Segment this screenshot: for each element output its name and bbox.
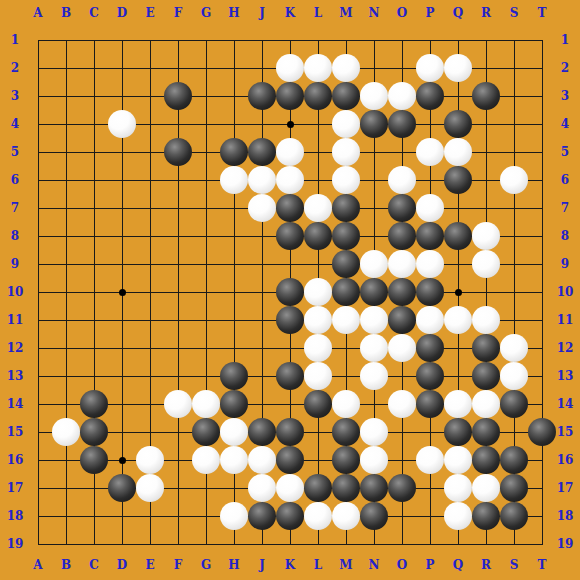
stone-black-Q8[interactable]: ●	[444, 222, 472, 250]
col-label-F: F	[164, 3, 192, 23]
stone-black-M15[interactable]: ●	[332, 418, 360, 446]
col-label-O: O	[388, 3, 416, 23]
stone-black-P12[interactable]: ●	[416, 334, 444, 362]
stone-white-R8[interactable]: ●	[472, 222, 500, 250]
star-point-Q10	[455, 289, 462, 296]
stone-white-B15[interactable]: ●	[52, 418, 80, 446]
col-label-C: C	[80, 3, 108, 23]
stone-white-E17[interactable]: ●	[136, 474, 164, 502]
stone-white-Q2[interactable]: ●	[444, 54, 472, 82]
stone-white-S6[interactable]: ●	[500, 166, 528, 194]
stone-white-N16[interactable]: ●	[360, 446, 388, 474]
stone-white-M6[interactable]: ●	[332, 166, 360, 194]
stone-black-K10[interactable]: ●	[276, 278, 304, 306]
stone-black-R13[interactable]: ●	[472, 362, 500, 390]
stone-white-J6[interactable]: ●	[248, 166, 276, 194]
col-label-S: S	[500, 555, 528, 575]
stone-white-F14[interactable]: ●	[164, 390, 192, 418]
stone-white-L12[interactable]: ●	[304, 334, 332, 362]
stone-black-P3[interactable]: ●	[416, 82, 444, 110]
stone-white-J17[interactable]: ●	[248, 474, 276, 502]
col-label-C: C	[80, 555, 108, 575]
stone-black-K18[interactable]: ●	[276, 502, 304, 530]
stone-white-Q11[interactable]: ●	[444, 306, 472, 334]
stone-black-T15[interactable]: ●	[528, 418, 556, 446]
stone-black-O8[interactable]: ●	[388, 222, 416, 250]
stone-white-O6[interactable]: ●	[388, 166, 416, 194]
stone-white-K5[interactable]: ●	[276, 138, 304, 166]
stone-black-R18[interactable]: ●	[472, 502, 500, 530]
stone-black-R3[interactable]: ●	[472, 82, 500, 110]
stone-black-N4[interactable]: ●	[360, 110, 388, 138]
col-label-R: R	[472, 555, 500, 575]
col-label-P: P	[416, 3, 444, 23]
stone-white-N15[interactable]: ●	[360, 418, 388, 446]
col-label-H: H	[220, 3, 248, 23]
col-label-P: P	[416, 555, 444, 575]
stone-black-K11[interactable]: ●	[276, 306, 304, 334]
stone-black-O17[interactable]: ●	[388, 474, 416, 502]
stone-white-L13[interactable]: ●	[304, 362, 332, 390]
stone-black-H14[interactable]: ●	[220, 390, 248, 418]
stone-black-K13[interactable]: ●	[276, 362, 304, 390]
stone-black-C14[interactable]: ●	[80, 390, 108, 418]
stone-white-R17[interactable]: ●	[472, 474, 500, 502]
stone-black-M9[interactable]: ●	[332, 250, 360, 278]
col-label-M: M	[332, 3, 360, 23]
stone-white-K2[interactable]: ●	[276, 54, 304, 82]
stone-white-P16[interactable]: ●	[416, 446, 444, 474]
stone-white-J16[interactable]: ●	[248, 446, 276, 474]
star-point-D10	[119, 289, 126, 296]
stone-black-Q15[interactable]: ●	[444, 418, 472, 446]
stone-white-O14[interactable]: ●	[388, 390, 416, 418]
stone-black-H13[interactable]: ●	[220, 362, 248, 390]
stone-black-M7[interactable]: ●	[332, 194, 360, 222]
stone-black-N18[interactable]: ●	[360, 502, 388, 530]
stone-black-M10[interactable]: ●	[332, 278, 360, 306]
col-label-N: N	[360, 555, 388, 575]
stone-white-Q17[interactable]: ●	[444, 474, 472, 502]
stone-black-H5[interactable]: ●	[220, 138, 248, 166]
stone-white-Q16[interactable]: ●	[444, 446, 472, 474]
col-label-B: B	[52, 3, 80, 23]
stone-white-P7[interactable]: ●	[416, 194, 444, 222]
stone-white-P9[interactable]: ●	[416, 250, 444, 278]
col-label-D: D	[108, 3, 136, 23]
stone-white-M14[interactable]: ●	[332, 390, 360, 418]
stone-black-O10[interactable]: ●	[388, 278, 416, 306]
stone-black-S16[interactable]: ●	[500, 446, 528, 474]
stone-black-P13[interactable]: ●	[416, 362, 444, 390]
stone-black-J18[interactable]: ●	[248, 502, 276, 530]
stone-black-R15[interactable]: ●	[472, 418, 500, 446]
stone-white-P2[interactable]: ●	[416, 54, 444, 82]
stone-white-L11[interactable]: ●	[304, 306, 332, 334]
stone-white-G16[interactable]: ●	[192, 446, 220, 474]
stone-white-O9[interactable]: ●	[388, 250, 416, 278]
stone-white-H16[interactable]: ●	[220, 446, 248, 474]
col-label-K: K	[276, 555, 304, 575]
stone-white-E16[interactable]: ●	[136, 446, 164, 474]
stone-black-P14[interactable]: ●	[416, 390, 444, 418]
stone-black-K8[interactable]: ●	[276, 222, 304, 250]
col-label-Q: Q	[444, 3, 472, 23]
stone-black-Q4[interactable]: ●	[444, 110, 472, 138]
stone-white-O12[interactable]: ●	[388, 334, 416, 362]
stone-white-H6[interactable]: ●	[220, 166, 248, 194]
stone-black-J15[interactable]: ●	[248, 418, 276, 446]
col-label-R: R	[472, 3, 500, 23]
col-label-J: J	[248, 555, 276, 575]
stone-white-Q14[interactable]: ●	[444, 390, 472, 418]
go-board-app: ABCDEFGHJKLMNOPQRST ABCDEFGHJKLMNOPQRST …	[0, 0, 580, 580]
stone-black-L8[interactable]: ●	[304, 222, 332, 250]
stone-white-L2[interactable]: ●	[304, 54, 332, 82]
col-label-M: M	[332, 555, 360, 575]
stone-white-R9[interactable]: ●	[472, 250, 500, 278]
stone-white-M4[interactable]: ●	[332, 110, 360, 138]
col-label-H: H	[220, 555, 248, 575]
stone-white-K17[interactable]: ●	[276, 474, 304, 502]
stone-black-S17[interactable]: ●	[500, 474, 528, 502]
stone-black-M3[interactable]: ●	[332, 82, 360, 110]
stone-black-S14[interactable]: ●	[500, 390, 528, 418]
stone-black-M16[interactable]: ●	[332, 446, 360, 474]
stone-black-K3[interactable]: ●	[276, 82, 304, 110]
stone-black-O4[interactable]: ●	[388, 110, 416, 138]
col-label-A: A	[24, 3, 52, 23]
col-label-K: K	[276, 3, 304, 23]
stone-black-D17[interactable]: ●	[108, 474, 136, 502]
col-label-T: T	[528, 555, 556, 575]
col-label-D: D	[108, 555, 136, 575]
col-label-Q: Q	[444, 555, 472, 575]
stone-white-L7[interactable]: ●	[304, 194, 332, 222]
stone-black-S18[interactable]: ●	[500, 502, 528, 530]
stone-black-K16[interactable]: ●	[276, 446, 304, 474]
col-label-L: L	[304, 555, 332, 575]
stone-white-M11[interactable]: ●	[332, 306, 360, 334]
stone-black-J5[interactable]: ●	[248, 138, 276, 166]
stone-black-Q6[interactable]: ●	[444, 166, 472, 194]
stone-black-L17[interactable]: ●	[304, 474, 332, 502]
stone-white-L18[interactable]: ●	[304, 502, 332, 530]
go-board: ●●●●●●●●●●●●●●●●●●●●●●●●●●●●●●●●●●●●●●●●…	[24, 26, 556, 558]
stone-white-M18[interactable]: ●	[332, 502, 360, 530]
stone-white-Q18[interactable]: ●	[444, 502, 472, 530]
col-label-L: L	[304, 3, 332, 23]
stone-black-M8[interactable]: ●	[332, 222, 360, 250]
stone-white-S13[interactable]: ●	[500, 362, 528, 390]
col-label-O: O	[388, 555, 416, 575]
stone-white-J7[interactable]: ●	[248, 194, 276, 222]
col-label-E: E	[136, 3, 164, 23]
stone-black-O11[interactable]: ●	[388, 306, 416, 334]
stone-black-F3[interactable]: ●	[164, 82, 192, 110]
stone-black-M17[interactable]: ●	[332, 474, 360, 502]
stone-white-S12[interactable]: ●	[500, 334, 528, 362]
stone-white-N11[interactable]: ●	[360, 306, 388, 334]
stone-white-M5[interactable]: ●	[332, 138, 360, 166]
stone-black-G15[interactable]: ●	[192, 418, 220, 446]
stone-white-M2[interactable]: ●	[332, 54, 360, 82]
stone-black-L3[interactable]: ●	[304, 82, 332, 110]
stone-black-F5[interactable]: ●	[164, 138, 192, 166]
stone-white-D4[interactable]: ●	[108, 110, 136, 138]
col-label-A: A	[24, 555, 52, 575]
stone-black-N17[interactable]: ●	[360, 474, 388, 502]
stone-white-R14[interactable]: ●	[472, 390, 500, 418]
col-label-T: T	[528, 3, 556, 23]
col-label-E: E	[136, 555, 164, 575]
col-label-S: S	[500, 3, 528, 23]
stone-black-K7[interactable]: ●	[276, 194, 304, 222]
stone-white-G14[interactable]: ●	[192, 390, 220, 418]
stone-black-C16[interactable]: ●	[80, 446, 108, 474]
stone-white-N12[interactable]: ●	[360, 334, 388, 362]
stone-white-R11[interactable]: ●	[472, 306, 500, 334]
stone-white-N3[interactable]: ●	[360, 82, 388, 110]
stone-white-Q5[interactable]: ●	[444, 138, 472, 166]
stone-black-N10[interactable]: ●	[360, 278, 388, 306]
stone-black-P8[interactable]: ●	[416, 222, 444, 250]
stone-white-K6[interactable]: ●	[276, 166, 304, 194]
stone-black-P10[interactable]: ●	[416, 278, 444, 306]
star-point-K4	[287, 121, 294, 128]
star-point-D16	[119, 457, 126, 464]
col-label-B: B	[52, 555, 80, 575]
col-label-N: N	[360, 3, 388, 23]
col-label-G: G	[192, 3, 220, 23]
stone-black-J3[interactable]: ●	[248, 82, 276, 110]
stone-white-L10[interactable]: ●	[304, 278, 332, 306]
stone-white-P5[interactable]: ●	[416, 138, 444, 166]
stone-black-R16[interactable]: ●	[472, 446, 500, 474]
stone-black-K15[interactable]: ●	[276, 418, 304, 446]
col-label-G: G	[192, 555, 220, 575]
column-labels-bottom: ABCDEFGHJKLMNOPQRST	[24, 555, 556, 575]
stone-white-N9[interactable]: ●	[360, 250, 388, 278]
stone-black-R12[interactable]: ●	[472, 334, 500, 362]
stone-black-L14[interactable]: ●	[304, 390, 332, 418]
col-label-F: F	[164, 555, 192, 575]
stone-white-H15[interactable]: ●	[220, 418, 248, 446]
column-labels-top: ABCDEFGHJKLMNOPQRST	[24, 3, 556, 23]
stone-white-P11[interactable]: ●	[416, 306, 444, 334]
col-label-J: J	[248, 3, 276, 23]
stone-black-O7[interactable]: ●	[388, 194, 416, 222]
stone-white-O3[interactable]: ●	[388, 82, 416, 110]
stone-white-H18[interactable]: ●	[220, 502, 248, 530]
stone-black-C15[interactable]: ●	[80, 418, 108, 446]
stone-white-N13[interactable]: ●	[360, 362, 388, 390]
